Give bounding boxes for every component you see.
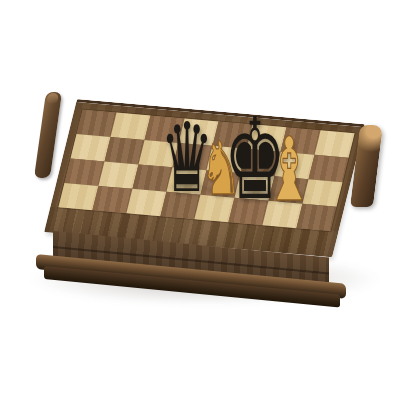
product-photo-stage: ♛♞♚♝ bbox=[0, 0, 400, 400]
pieces-layer: ♛♞♚♝ bbox=[0, 0, 400, 400]
white-bishop: ♝ bbox=[265, 126, 314, 214]
